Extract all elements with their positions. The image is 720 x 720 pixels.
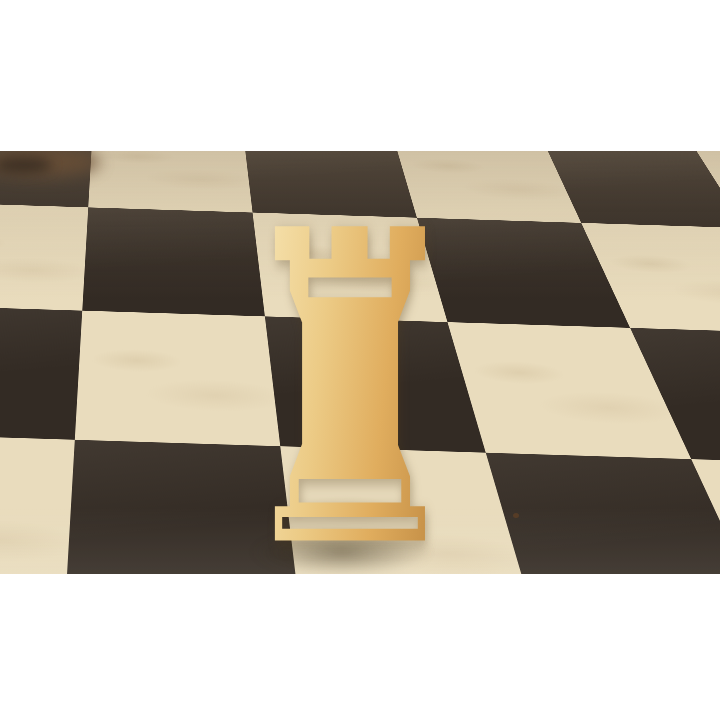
- board-square: [0, 305, 82, 440]
- board-square: [0, 433, 75, 574]
- screenshot: ♜: [0, 0, 720, 720]
- chessboard-photo: ♜: [0, 151, 720, 574]
- board-square: [88, 151, 252, 213]
- board-square: [486, 453, 720, 574]
- board-square: [0, 202, 88, 310]
- wood-knot-speck: [513, 513, 519, 518]
- white-rook-piece: ♜: [230, 176, 469, 574]
